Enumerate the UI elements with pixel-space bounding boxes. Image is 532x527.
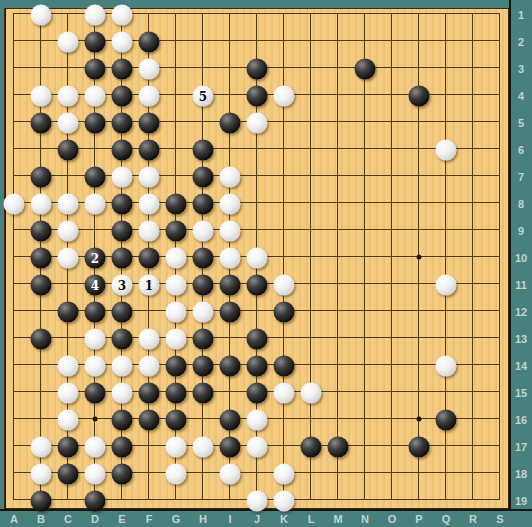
column-label-L: L	[308, 513, 315, 525]
row-label-16: 16	[515, 414, 527, 426]
stone-white-G10[interactable]	[166, 248, 187, 269]
stone-black-B11[interactable]	[31, 275, 52, 296]
stone-white-I7[interactable]	[220, 167, 241, 188]
star-point	[416, 254, 421, 259]
stone-black-L17[interactable]	[301, 437, 322, 458]
star-point	[92, 416, 97, 421]
stone-white-G17[interactable]	[166, 437, 187, 458]
stone-white-J17[interactable]	[247, 437, 268, 458]
row-label-11: 11	[515, 279, 527, 291]
stone-white-C9[interactable]	[58, 221, 79, 242]
row-label-4: 4	[518, 90, 524, 102]
stone-white-F3[interactable]	[139, 59, 160, 80]
stone-black-D5[interactable]	[85, 113, 106, 134]
stone-black-D19[interactable]	[85, 491, 106, 512]
move-stone-2-black-D10[interactable]: 2	[85, 248, 106, 269]
move-stone-5-white-H4[interactable]: 5	[193, 86, 214, 107]
stone-white-H12[interactable]	[193, 302, 214, 323]
row-label-19: 19	[515, 495, 527, 507]
stone-black-I16[interactable]	[220, 410, 241, 431]
stone-white-B18[interactable]	[31, 464, 52, 485]
row-label-12: 12	[515, 306, 527, 318]
stone-black-I12[interactable]	[220, 302, 241, 323]
row-label-17: 17	[515, 441, 527, 453]
stone-black-C12[interactable]	[58, 302, 79, 323]
stone-black-H8[interactable]	[193, 194, 214, 215]
row-label-7: 7	[518, 171, 524, 183]
stone-black-E9[interactable]	[112, 221, 133, 242]
stone-white-F8[interactable]	[139, 194, 160, 215]
row-label-18: 18	[515, 468, 527, 480]
stone-white-I10[interactable]	[220, 248, 241, 269]
column-label-C: C	[64, 513, 72, 525]
stone-black-I5[interactable]	[220, 113, 241, 134]
grid-line-vertical	[364, 13, 365, 500]
stone-white-K4[interactable]	[274, 86, 295, 107]
stone-black-E8[interactable]	[112, 194, 133, 215]
stone-white-K18[interactable]	[274, 464, 295, 485]
stone-black-I17[interactable]	[220, 437, 241, 458]
stone-black-F2[interactable]	[139, 32, 160, 53]
column-label-K: K	[280, 513, 288, 525]
row-label-15: 15	[515, 387, 527, 399]
stone-white-C8[interactable]	[58, 194, 79, 215]
column-label-F: F	[146, 513, 153, 525]
stone-black-D3[interactable]	[85, 59, 106, 80]
stone-white-Q11[interactable]	[436, 275, 457, 296]
stone-white-H17[interactable]	[193, 437, 214, 458]
stone-black-G15[interactable]	[166, 383, 187, 404]
stone-white-K19[interactable]	[274, 491, 295, 512]
stone-white-D18[interactable]	[85, 464, 106, 485]
stone-black-N3[interactable]	[355, 59, 376, 80]
stone-black-Q16[interactable]	[436, 410, 457, 431]
stone-white-F7[interactable]	[139, 167, 160, 188]
stone-black-E10[interactable]	[112, 248, 133, 269]
stone-black-B9[interactable]	[31, 221, 52, 242]
stone-black-C18[interactable]	[58, 464, 79, 485]
stone-black-F15[interactable]	[139, 383, 160, 404]
stone-black-J4[interactable]	[247, 86, 268, 107]
stone-white-J10[interactable]	[247, 248, 268, 269]
stone-white-D1[interactable]	[85, 5, 106, 26]
row-label-6: 6	[518, 144, 524, 156]
column-label-D: D	[91, 513, 99, 525]
stone-white-B8[interactable]	[31, 194, 52, 215]
move-stone-1-white-F11[interactable]: 1	[139, 275, 160, 296]
stone-white-A8[interactable]	[4, 194, 25, 215]
stone-black-M17[interactable]	[328, 437, 349, 458]
stone-black-J3[interactable]	[247, 59, 268, 80]
stone-black-G8[interactable]	[166, 194, 187, 215]
stone-black-J15[interactable]	[247, 383, 268, 404]
column-label-O: O	[388, 513, 397, 525]
stone-white-J16[interactable]	[247, 410, 268, 431]
column-label-P: P	[415, 513, 422, 525]
stone-black-D12[interactable]	[85, 302, 106, 323]
move-stone-4-black-D11[interactable]: 4	[85, 275, 106, 296]
column-coordinate-panel	[0, 509, 532, 527]
stone-black-H10[interactable]	[193, 248, 214, 269]
row-label-1: 1	[518, 9, 524, 21]
stone-white-G12[interactable]	[166, 302, 187, 323]
stone-black-B7[interactable]	[31, 167, 52, 188]
row-label-8: 8	[518, 198, 524, 210]
stone-white-C2[interactable]	[58, 32, 79, 53]
stone-black-J14[interactable]	[247, 356, 268, 377]
stone-white-D4[interactable]	[85, 86, 106, 107]
stone-white-F13[interactable]	[139, 329, 160, 350]
stone-white-J5[interactable]	[247, 113, 268, 134]
stone-white-K11[interactable]	[274, 275, 295, 296]
stone-black-B19[interactable]	[31, 491, 52, 512]
stone-white-G11[interactable]	[166, 275, 187, 296]
stone-white-I8[interactable]	[220, 194, 241, 215]
column-label-S: S	[496, 513, 503, 525]
stone-black-G14[interactable]	[166, 356, 187, 377]
column-label-H: H	[199, 513, 207, 525]
stone-white-D14[interactable]	[85, 356, 106, 377]
stone-black-P4[interactable]	[409, 86, 430, 107]
stone-white-F14[interactable]	[139, 356, 160, 377]
stone-white-C16[interactable]	[58, 410, 79, 431]
stone-white-Q6[interactable]	[436, 140, 457, 161]
stone-white-B17[interactable]	[31, 437, 52, 458]
stone-black-I14[interactable]	[220, 356, 241, 377]
column-label-M: M	[333, 513, 342, 525]
stone-black-H15[interactable]	[193, 383, 214, 404]
stone-black-C6[interactable]	[58, 140, 79, 161]
stone-black-D2[interactable]	[85, 32, 106, 53]
stone-white-C5[interactable]	[58, 113, 79, 134]
stone-black-E18[interactable]	[112, 464, 133, 485]
stone-black-H11[interactable]	[193, 275, 214, 296]
move-stone-3-white-E11[interactable]: 3	[112, 275, 133, 296]
stone-white-F4[interactable]	[139, 86, 160, 107]
star-point	[416, 416, 421, 421]
stone-white-C14[interactable]	[58, 356, 79, 377]
stone-black-F6[interactable]	[139, 140, 160, 161]
grid-line-vertical	[310, 13, 311, 500]
stone-black-H14[interactable]	[193, 356, 214, 377]
stone-black-F16[interactable]	[139, 410, 160, 431]
stone-white-E7[interactable]	[112, 167, 133, 188]
stone-black-E5[interactable]	[112, 113, 133, 134]
stone-white-C15[interactable]	[58, 383, 79, 404]
stone-white-F9[interactable]	[139, 221, 160, 242]
stone-black-E3[interactable]	[112, 59, 133, 80]
stone-black-B5[interactable]	[31, 113, 52, 134]
stone-black-J13[interactable]	[247, 329, 268, 350]
stone-black-F10[interactable]	[139, 248, 160, 269]
column-label-E: E	[118, 513, 125, 525]
grid-line-vertical	[499, 13, 500, 500]
stone-white-E15[interactable]	[112, 383, 133, 404]
stone-black-E17[interactable]	[112, 437, 133, 458]
stone-white-E2[interactable]	[112, 32, 133, 53]
stone-black-E4[interactable]	[112, 86, 133, 107]
stone-white-C10[interactable]	[58, 248, 79, 269]
stone-black-E13[interactable]	[112, 329, 133, 350]
column-label-B: B	[37, 513, 45, 525]
stone-white-D17[interactable]	[85, 437, 106, 458]
stone-black-H7[interactable]	[193, 167, 214, 188]
column-label-N: N	[361, 513, 369, 525]
stone-white-H9[interactable]	[193, 221, 214, 242]
column-label-A: A	[10, 513, 18, 525]
column-label-I: I	[228, 513, 231, 525]
row-label-3: 3	[518, 63, 524, 75]
stone-white-J19[interactable]	[247, 491, 268, 512]
row-label-2: 2	[518, 36, 524, 48]
row-label-9: 9	[518, 225, 524, 237]
stone-white-I18[interactable]	[220, 464, 241, 485]
stone-black-D15[interactable]	[85, 383, 106, 404]
stone-white-B1[interactable]	[31, 5, 52, 26]
stone-white-K15[interactable]	[274, 383, 295, 404]
stone-black-I11[interactable]	[220, 275, 241, 296]
grid-line-vertical	[472, 13, 473, 500]
stone-black-J11[interactable]	[247, 275, 268, 296]
stone-black-H13[interactable]	[193, 329, 214, 350]
grid-line-vertical	[337, 13, 338, 500]
row-label-14: 14	[515, 360, 527, 372]
stone-white-D8[interactable]	[85, 194, 106, 215]
stone-black-G16[interactable]	[166, 410, 187, 431]
column-label-G: G	[172, 513, 181, 525]
stone-white-E1[interactable]	[112, 5, 133, 26]
go-app-window: 5243112345678910111213141516171819ABCDEF…	[0, 0, 532, 527]
stone-black-K12[interactable]	[274, 302, 295, 323]
stone-black-E16[interactable]	[112, 410, 133, 431]
column-label-J: J	[254, 513, 260, 525]
stone-black-E12[interactable]	[112, 302, 133, 323]
stone-white-L15[interactable]	[301, 383, 322, 404]
stone-black-P17[interactable]	[409, 437, 430, 458]
stone-black-B13[interactable]	[31, 329, 52, 350]
stone-black-E6[interactable]	[112, 140, 133, 161]
grid-line-vertical	[391, 13, 392, 500]
stone-black-D7[interactable]	[85, 167, 106, 188]
stone-black-C17[interactable]	[58, 437, 79, 458]
row-label-13: 13	[515, 333, 527, 345]
stone-black-F5[interactable]	[139, 113, 160, 134]
stone-black-G9[interactable]	[166, 221, 187, 242]
stone-white-G18[interactable]	[166, 464, 187, 485]
stone-white-B4[interactable]	[31, 86, 52, 107]
stone-black-B10[interactable]	[31, 248, 52, 269]
stone-white-G13[interactable]	[166, 329, 187, 350]
stone-white-C4[interactable]	[58, 86, 79, 107]
stone-black-K14[interactable]	[274, 356, 295, 377]
row-label-10: 10	[515, 252, 527, 264]
column-label-R: R	[469, 513, 477, 525]
row-label-5: 5	[518, 117, 524, 129]
stone-white-E14[interactable]	[112, 356, 133, 377]
column-label-Q: Q	[442, 513, 451, 525]
stone-black-H6[interactable]	[193, 140, 214, 161]
stone-white-D13[interactable]	[85, 329, 106, 350]
stone-white-I9[interactable]	[220, 221, 241, 242]
stone-white-Q14[interactable]	[436, 356, 457, 377]
